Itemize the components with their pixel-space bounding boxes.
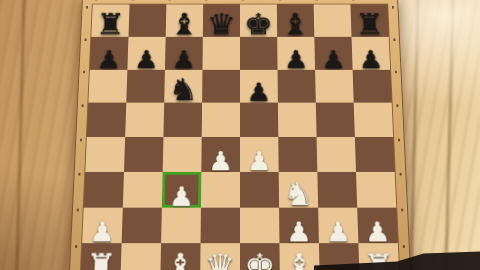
piece-black-queen-d8[interactable]: ♛ (207, 10, 236, 39)
square-e6[interactable]: ♟ (240, 69, 278, 102)
square-f3[interactable]: ♞ (279, 172, 318, 207)
square-f6[interactable] (278, 69, 316, 102)
piece-black-pawn-c7[interactable]: ♟ (171, 47, 196, 72)
piece-white-pawn-e4[interactable]: ♟ (247, 148, 272, 174)
piece-black-bishop-c8[interactable]: ♝ (170, 10, 200, 39)
square-g2[interactable]: ♟ (318, 207, 358, 243)
piece-white-pawn-g2[interactable]: ♟ (325, 219, 351, 246)
square-e8[interactable]: ♚ (240, 4, 277, 36)
square-a4[interactable] (85, 137, 125, 172)
piece-white-pawn-d4[interactable]: ♟ (208, 148, 233, 174)
square-h2[interactable]: ♟ (357, 207, 398, 243)
square-c8[interactable]: ♝ (166, 4, 204, 36)
square-a8[interactable]: ♜ (91, 4, 129, 36)
square-e4[interactable]: ♟ (240, 137, 279, 172)
square-f8[interactable]: ♝ (277, 4, 315, 36)
piece-white-pawn-h2[interactable]: ♟ (364, 219, 391, 246)
square-d4[interactable]: ♟ (201, 137, 240, 172)
square-b1[interactable] (120, 243, 161, 270)
square-f7[interactable]: ♟ (277, 37, 315, 70)
square-b6[interactable] (126, 69, 165, 102)
square-c2[interactable] (161, 207, 201, 243)
square-g7[interactable]: ♟ (314, 37, 352, 70)
chess-board: ♜♝♛♚♝♜♟♟♟♟♟♟♞♟♟♟♟♞♟♟♟♟♜♝♛♚♝♜ (68, 0, 412, 270)
square-b3[interactable] (123, 172, 163, 207)
square-h5[interactable] (354, 103, 393, 137)
square-b4[interactable] (124, 137, 163, 172)
board-frame: ♜♝♛♚♝♜♟♟♟♟♟♟♞♟♟♟♟♞♟♟♟♟♜♝♛♚♝♜ (68, 0, 412, 270)
square-b8[interactable] (128, 4, 166, 36)
square-a2[interactable]: ♟ (82, 207, 123, 243)
piece-black-pawn-f7[interactable]: ♟ (284, 47, 309, 72)
piece-white-knight-f3[interactable]: ♞ (283, 178, 314, 210)
square-f4[interactable] (278, 137, 317, 172)
square-h7[interactable]: ♟ (352, 37, 391, 70)
piece-white-pawn-c3[interactable]: ♟ (169, 183, 195, 210)
square-g8[interactable] (314, 4, 352, 36)
square-g5[interactable] (316, 103, 355, 137)
piece-black-rook-a8[interactable]: ♜ (95, 10, 125, 39)
piece-black-pawn-e6[interactable]: ♟ (247, 80, 272, 105)
square-f1[interactable]: ♝ (279, 243, 319, 270)
square-c4[interactable] (163, 137, 202, 172)
square-e1[interactable]: ♚ (240, 243, 280, 270)
square-h8[interactable]: ♜ (350, 4, 388, 36)
square-h4[interactable] (355, 137, 395, 172)
square-e2[interactable] (240, 207, 279, 243)
square-f5[interactable] (278, 103, 317, 137)
piece-white-king-e1[interactable]: ♚ (244, 250, 275, 270)
square-d8[interactable]: ♛ (203, 4, 240, 36)
square-c7[interactable]: ♟ (165, 37, 203, 70)
piece-black-pawn-h7[interactable]: ♟ (358, 47, 383, 72)
square-c5[interactable] (163, 103, 202, 137)
piece-white-queen-d1[interactable]: ♛ (204, 250, 235, 270)
piece-white-bishop-f1[interactable]: ♝ (284, 250, 316, 270)
square-a6[interactable] (88, 69, 127, 102)
square-d5[interactable] (202, 103, 240, 137)
square-b5[interactable] (125, 103, 164, 137)
piece-white-rook-a1[interactable]: ♜ (85, 250, 117, 270)
app-screen: ♜♝♛♚♝♜♟♟♟♟♟♟♞♟♟♟♟♞♟♟♟♟♜♝♛♚♝♜ (0, 0, 480, 270)
piece-black-knight-c6[interactable]: ♞ (168, 75, 198, 105)
square-g3[interactable] (317, 172, 357, 207)
square-e5[interactable] (240, 103, 278, 137)
piece-white-bishop-c1[interactable]: ♝ (164, 250, 196, 270)
square-f2[interactable]: ♟ (279, 207, 319, 243)
square-e3[interactable] (240, 172, 279, 207)
square-d7[interactable] (202, 37, 240, 70)
piece-black-pawn-g7[interactable]: ♟ (321, 47, 346, 72)
piece-white-pawn-f2[interactable]: ♟ (286, 219, 312, 246)
square-b7[interactable]: ♟ (127, 37, 165, 70)
square-d6[interactable] (202, 69, 240, 102)
piece-black-rook-h8[interactable]: ♜ (355, 10, 385, 39)
piece-white-pawn-a2[interactable]: ♟ (89, 219, 116, 246)
piece-black-bishop-f8[interactable]: ♝ (281, 10, 311, 39)
piece-black-pawn-b7[interactable]: ♟ (134, 47, 159, 72)
piece-black-king-e8[interactable]: ♚ (244, 10, 273, 39)
square-a5[interactable] (87, 103, 126, 137)
square-a7[interactable]: ♟ (90, 37, 129, 70)
square-b2[interactable] (122, 207, 162, 243)
square-c6[interactable]: ♞ (164, 69, 202, 102)
square-d2[interactable] (201, 207, 240, 243)
square-e7[interactable] (240, 37, 278, 70)
board-grid[interactable]: ♜♝♛♚♝♜♟♟♟♟♟♟♞♟♟♟♟♞♟♟♟♟♜♝♛♚♝♜ (79, 4, 400, 270)
square-g6[interactable] (315, 69, 354, 102)
square-a1[interactable]: ♜ (81, 243, 122, 270)
square-d3[interactable] (201, 172, 240, 207)
square-h3[interactable] (356, 172, 396, 207)
square-d1[interactable]: ♛ (200, 243, 240, 270)
square-c3[interactable]: ♟ (162, 172, 201, 207)
square-a3[interactable] (84, 172, 124, 207)
square-h6[interactable] (353, 69, 392, 102)
piece-black-pawn-a7[interactable]: ♟ (96, 47, 121, 72)
square-g4[interactable] (317, 137, 356, 172)
square-c1[interactable]: ♝ (160, 243, 200, 270)
